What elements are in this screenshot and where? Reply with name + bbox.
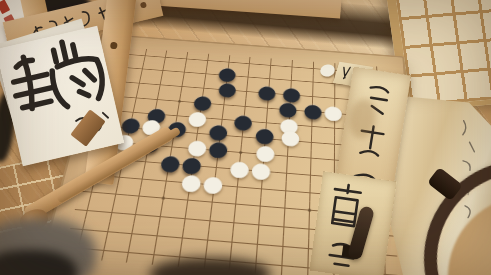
board-cell[interactable]: ● [177, 173, 203, 192]
board-cell[interactable]: ● [205, 142, 230, 160]
board-cell[interactable] [150, 189, 177, 209]
board-cell[interactable] [123, 90, 148, 106]
white-stone[interactable]: ● [250, 159, 272, 182]
board-cell[interactable] [273, 181, 298, 201]
white-stone[interactable]: ● [186, 108, 208, 128]
board-cell[interactable] [268, 255, 295, 275]
black-stone[interactable]: ● [232, 112, 254, 133]
star-point [308, 209, 311, 212]
board-cell[interactable] [219, 231, 246, 252]
board-cell[interactable]: ● [251, 162, 276, 181]
board-cell[interactable] [147, 206, 175, 227]
calligraphy-main-right-character [45, 35, 107, 108]
white-stone[interactable]: ● [228, 157, 251, 179]
board-cell[interactable] [299, 133, 322, 151]
black-stone[interactable]: ● [303, 101, 323, 121]
black-stone[interactable]: ● [217, 80, 238, 99]
board-cell[interactable]: ● [201, 175, 227, 194]
board-cell[interactable] [272, 198, 297, 218]
red-seal-icon [0, 0, 10, 14]
board-cell[interactable]: ● [187, 109, 212, 126]
board-cell[interactable]: ● [227, 160, 252, 179]
board-cell[interactable] [114, 242, 143, 264]
star-point [239, 151, 242, 154]
board-cell[interactable] [299, 149, 323, 167]
paper-with-characters [309, 171, 396, 275]
star-point [162, 197, 166, 200]
board-cell[interactable] [122, 204, 150, 225]
board-cell[interactable]: ● [156, 155, 182, 174]
board-cell[interactable] [196, 210, 223, 231]
star-point [178, 100, 181, 103]
board-cell[interactable] [298, 166, 322, 185]
board-cell[interactable] [171, 208, 198, 229]
board-cell[interactable] [246, 215, 272, 236]
board-cell[interactable] [118, 223, 147, 244]
board-cell[interactable]: ● [301, 103, 324, 120]
board-cell[interactable]: ● [214, 82, 237, 98]
board-cell[interactable] [168, 227, 196, 248]
black-stone[interactable]: ● [207, 138, 230, 160]
board-cell[interactable] [270, 235, 296, 257]
board-cell[interactable] [244, 233, 271, 255]
go-scene: ●●●●●●●●●●●●●●●●●●●●●●●●●●●●● ● [0, 0, 491, 275]
board-cell[interactable] [143, 225, 171, 246]
board-cell[interactable] [126, 187, 153, 207]
white-stone[interactable]: ● [323, 103, 343, 123]
black-stone[interactable]: ● [257, 83, 278, 102]
board-cell[interactable] [275, 148, 299, 166]
white-stone[interactable]: ● [179, 171, 203, 194]
board-cell[interactable]: ● [257, 85, 280, 101]
peg-hole [110, 42, 118, 50]
board-cell[interactable]: ● [276, 132, 300, 150]
board-cell[interactable] [274, 164, 298, 183]
calligraphy-main-left-character [8, 53, 56, 112]
board-cell[interactable] [194, 229, 221, 250]
board-cell[interactable] [223, 194, 249, 214]
board-cell[interactable] [248, 196, 274, 216]
black-stone[interactable]: ● [158, 152, 182, 174]
board-cell[interactable]: ● [232, 113, 256, 130]
board-cell[interactable] [221, 212, 248, 233]
board-cell[interactable] [129, 169, 156, 188]
white-stone[interactable]: ● [280, 127, 301, 148]
board-cell[interactable] [271, 217, 297, 238]
board-cell[interactable]: ● [323, 105, 345, 122]
white-stone[interactable]: ● [201, 173, 225, 196]
